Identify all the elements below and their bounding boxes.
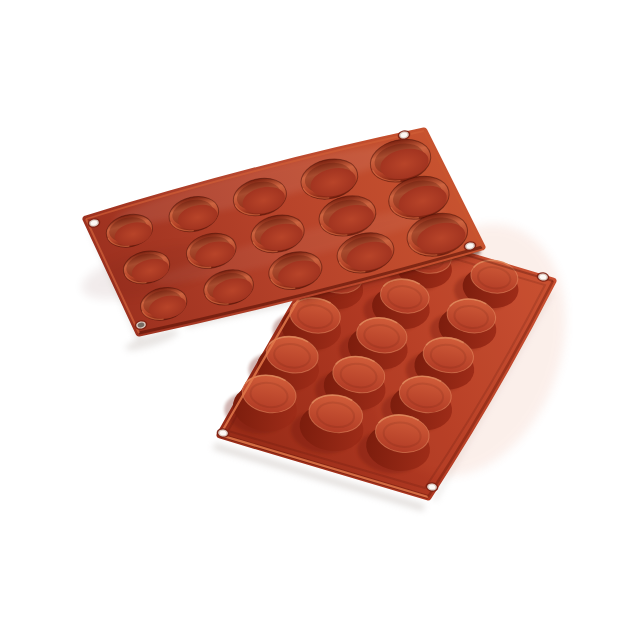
molds-scene bbox=[0, 0, 630, 630]
product-photo bbox=[0, 0, 630, 630]
